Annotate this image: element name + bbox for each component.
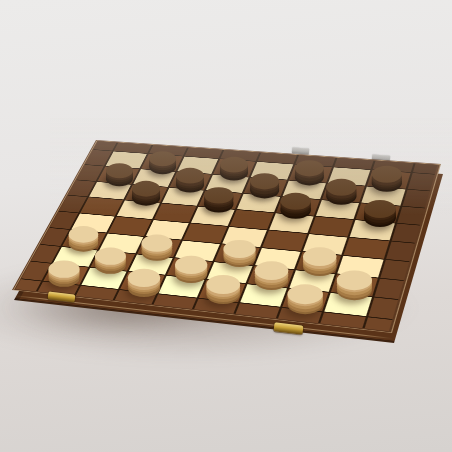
frame-segment	[386, 242, 414, 261]
piece-light-h2[interactable]: ●	[334, 255, 374, 301]
piece-dark-d6[interactable]: ●	[202, 175, 236, 214]
frame-segment	[16, 279, 41, 291]
disc-glyph: ●	[139, 229, 174, 252]
photo-backdrop: ●●●●●●●●●●●●●●●●●●●●●●●●	[0, 0, 452, 452]
disc-glyph: ●	[125, 264, 162, 288]
disc-glyph: ●	[293, 156, 326, 177]
disc-glyph: ●	[369, 162, 404, 184]
frame-segment	[380, 260, 409, 280]
piece-dark-f6[interactable]: ●	[278, 179, 313, 219]
frame-segment	[413, 164, 438, 174]
piece-light-b2[interactable]: ●	[93, 234, 128, 275]
disc-glyph: ●	[93, 242, 128, 265]
frame-segment	[374, 278, 403, 299]
disc-glyph: ●	[248, 169, 281, 190]
disc-glyph: ●	[218, 152, 250, 173]
piece-dark-h6[interactable]: ●	[362, 186, 398, 228]
disc-glyph: ●	[46, 256, 82, 279]
piece-light-a1[interactable]: ●	[46, 247, 82, 288]
frame-segment	[94, 141, 117, 150]
piece-dark-e7[interactable]: ●	[248, 160, 281, 198]
piece-light-e1[interactable]: ●	[204, 261, 243, 305]
disc-glyph: ●	[130, 177, 162, 198]
disc-glyph: ●	[285, 279, 325, 305]
piece-light-c1[interactable]: ●	[125, 255, 162, 298]
piece-dark-b6[interactable]: ●	[130, 169, 162, 206]
disc-glyph: ●	[334, 265, 374, 291]
frame-segment	[408, 173, 435, 190]
frame-segment	[403, 190, 430, 208]
disc-glyph: ●	[204, 271, 243, 296]
disc-glyph: ●	[324, 175, 359, 197]
pieces-layer: ●●●●●●●●●●●●●●●●●●●●●●●●	[0, 0, 452, 452]
disc-glyph: ●	[278, 188, 313, 210]
disc-glyph: ●	[300, 243, 338, 268]
piece-dark-g7[interactable]: ●	[324, 166, 359, 206]
frame-segment	[365, 317, 393, 331]
frame-segment	[397, 206, 425, 224]
disc-glyph: ●	[362, 195, 398, 218]
piece-light-g1[interactable]: ●	[285, 269, 325, 315]
disc-glyph: ●	[202, 184, 236, 206]
